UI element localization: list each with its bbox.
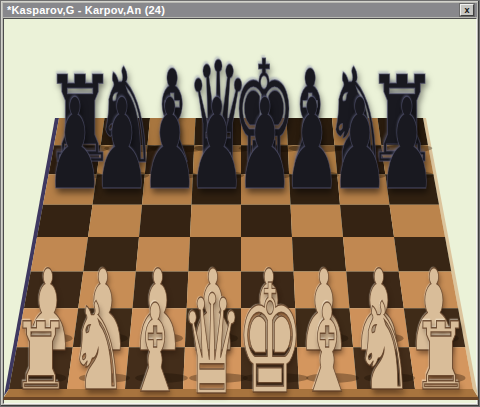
piece-white-queen-d1[interactable]: ♛ [182,276,243,407]
piece-white-bishop-c1[interactable]: ♝ [128,288,183,407]
piece-white-king-e1[interactable]: ♚ [236,266,303,407]
piece-white-knight-b1[interactable]: ♞ [69,288,127,407]
chess-board: ♜♞♝♛♚♝♞♜♟♟♟♟♟♟♟♟♟♟♟♟♟♟♟♟♜♞♝♛♚♝♞♜ [1,1,480,407]
piece-white-bishop-f1[interactable]: ♝ [299,288,354,407]
piece-black-pawn-h7[interactable]: ♟ [378,82,436,208]
piece-white-rook-a1[interactable]: ♜ [13,309,71,403]
pieces-layer: ♜♞♝♛♚♝♞♜♟♟♟♟♟♟♟♟♟♟♟♟♟♟♟♟♜♞♝♛♚♝♞♜ [1,1,480,407]
piece-white-knight-g1[interactable]: ♞ [355,288,413,407]
piece-white-rook-h1[interactable]: ♜ [412,309,470,403]
app-window: *Kasparov,G - Karpov,An (24) x ♜♞♝♛♚♝♞♜♟… [0,0,480,407]
